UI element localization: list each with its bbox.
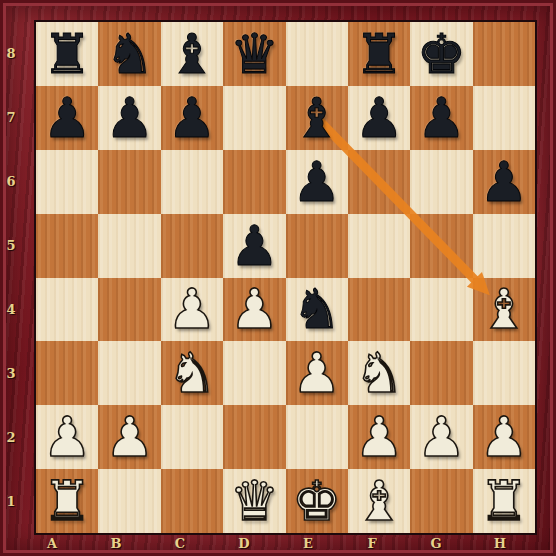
square-h7[interactable] bbox=[473, 86, 535, 150]
square-e5[interactable] bbox=[286, 214, 348, 278]
piece-white-pawn[interactable]: ♟ bbox=[105, 407, 154, 467]
piece-black-bishop[interactable]: ♝ bbox=[167, 24, 216, 84]
piece-black-bishop[interactable]: ♝ bbox=[292, 88, 341, 148]
square-e2[interactable] bbox=[286, 405, 348, 469]
piece-black-pawn[interactable]: ♟ bbox=[167, 88, 216, 148]
square-c2[interactable] bbox=[161, 405, 223, 469]
file-label-e: E bbox=[276, 532, 340, 555]
board-frame: ♜♞♝♛♜♚♟♟♟♝♟♟♟♟♟♟♟♞♝♞♟♞♟♟♟♟♟♜♛♚♝♜ 8765432… bbox=[0, 0, 556, 556]
square-g2[interactable]: ♟ bbox=[410, 405, 472, 469]
square-b8[interactable]: ♞ bbox=[98, 22, 160, 86]
piece-black-pawn[interactable]: ♟ bbox=[479, 152, 528, 212]
square-h8[interactable] bbox=[473, 22, 535, 86]
piece-black-king[interactable]: ♚ bbox=[417, 24, 466, 84]
chess-board: ♜♞♝♛♜♚♟♟♟♝♟♟♟♟♟♟♟♞♝♞♟♞♟♟♟♟♟♜♛♚♝♜ bbox=[36, 22, 535, 533]
square-e3[interactable]: ♟ bbox=[286, 341, 348, 405]
square-a4[interactable] bbox=[36, 278, 98, 342]
piece-white-bishop[interactable]: ♝ bbox=[479, 279, 528, 339]
piece-white-pawn[interactable]: ♟ bbox=[167, 279, 216, 339]
piece-black-knight[interactable]: ♞ bbox=[105, 24, 154, 84]
rank-label-6: 6 bbox=[0, 150, 22, 214]
piece-white-queen[interactable]: ♛ bbox=[230, 471, 279, 531]
square-a2[interactable]: ♟ bbox=[36, 405, 98, 469]
square-c7[interactable]: ♟ bbox=[161, 86, 223, 150]
square-a7[interactable]: ♟ bbox=[36, 86, 98, 150]
file-label-g: G bbox=[404, 532, 468, 555]
square-g1[interactable] bbox=[410, 469, 472, 533]
file-label-h: H bbox=[468, 532, 532, 555]
piece-black-pawn[interactable]: ♟ bbox=[105, 88, 154, 148]
square-a8[interactable]: ♜ bbox=[36, 22, 98, 86]
square-c1[interactable] bbox=[161, 469, 223, 533]
square-f8[interactable]: ♜ bbox=[348, 22, 410, 86]
square-f3[interactable]: ♞ bbox=[348, 341, 410, 405]
rank-label-8: 8 bbox=[0, 22, 22, 86]
square-h2[interactable]: ♟ bbox=[473, 405, 535, 469]
square-h1[interactable]: ♜ bbox=[473, 469, 535, 533]
square-b4[interactable] bbox=[98, 278, 160, 342]
square-h5[interactable] bbox=[473, 214, 535, 278]
square-h3[interactable] bbox=[473, 341, 535, 405]
file-label-f: F bbox=[340, 532, 404, 555]
square-c6[interactable] bbox=[161, 150, 223, 214]
piece-white-bishop[interactable]: ♝ bbox=[354, 471, 403, 531]
square-b6[interactable] bbox=[98, 150, 160, 214]
square-e1[interactable]: ♚ bbox=[286, 469, 348, 533]
square-g7[interactable]: ♟ bbox=[410, 86, 472, 150]
rank-label-7: 7 bbox=[0, 86, 22, 150]
square-h6[interactable]: ♟ bbox=[473, 150, 535, 214]
piece-white-knight[interactable]: ♞ bbox=[354, 343, 403, 403]
square-b7[interactable]: ♟ bbox=[98, 86, 160, 150]
square-c4[interactable]: ♟ bbox=[161, 278, 223, 342]
piece-black-pawn[interactable]: ♟ bbox=[43, 88, 92, 148]
piece-black-knight[interactable]: ♞ bbox=[292, 279, 341, 339]
file-label-c: C bbox=[148, 532, 212, 555]
piece-white-rook[interactable]: ♜ bbox=[43, 471, 92, 531]
square-f4[interactable] bbox=[348, 278, 410, 342]
piece-white-knight[interactable]: ♞ bbox=[167, 343, 216, 403]
file-label-d: D bbox=[212, 532, 276, 555]
square-d6[interactable] bbox=[223, 150, 285, 214]
square-d2[interactable] bbox=[223, 405, 285, 469]
square-b3[interactable] bbox=[98, 341, 160, 405]
rank-label-4: 4 bbox=[0, 278, 22, 342]
square-c3[interactable]: ♞ bbox=[161, 341, 223, 405]
piece-white-pawn[interactable]: ♟ bbox=[354, 407, 403, 467]
piece-black-pawn[interactable]: ♟ bbox=[230, 216, 279, 276]
square-a5[interactable] bbox=[36, 214, 98, 278]
rank-label-1: 1 bbox=[0, 470, 22, 534]
square-d1[interactable]: ♛ bbox=[223, 469, 285, 533]
square-c5[interactable] bbox=[161, 214, 223, 278]
square-e6[interactable]: ♟ bbox=[286, 150, 348, 214]
square-e7[interactable]: ♝ bbox=[286, 86, 348, 150]
square-f6[interactable] bbox=[348, 150, 410, 214]
square-f1[interactable]: ♝ bbox=[348, 469, 410, 533]
square-a3[interactable] bbox=[36, 341, 98, 405]
rank-label-2: 2 bbox=[0, 406, 22, 470]
square-a6[interactable] bbox=[36, 150, 98, 214]
piece-white-king[interactable]: ♚ bbox=[292, 471, 341, 531]
square-g8[interactable]: ♚ bbox=[410, 22, 472, 86]
piece-white-pawn[interactable]: ♟ bbox=[417, 407, 466, 467]
square-f5[interactable] bbox=[348, 214, 410, 278]
square-d7[interactable] bbox=[223, 86, 285, 150]
file-label-b: B bbox=[84, 532, 148, 555]
piece-white-pawn[interactable]: ♟ bbox=[230, 279, 279, 339]
square-g5[interactable] bbox=[410, 214, 472, 278]
piece-black-pawn[interactable]: ♟ bbox=[417, 88, 466, 148]
square-e8[interactable] bbox=[286, 22, 348, 86]
piece-black-rook[interactable]: ♜ bbox=[354, 24, 403, 84]
square-b2[interactable]: ♟ bbox=[98, 405, 160, 469]
square-g4[interactable] bbox=[410, 278, 472, 342]
square-e4[interactable]: ♞ bbox=[286, 278, 348, 342]
square-h4[interactable]: ♝ bbox=[473, 278, 535, 342]
piece-black-queen[interactable]: ♛ bbox=[230, 24, 279, 84]
square-a1[interactable]: ♜ bbox=[36, 469, 98, 533]
piece-white-rook[interactable]: ♜ bbox=[479, 471, 528, 531]
square-f7[interactable]: ♟ bbox=[348, 86, 410, 150]
square-d8[interactable]: ♛ bbox=[223, 22, 285, 86]
square-d4[interactable]: ♟ bbox=[223, 278, 285, 342]
square-c8[interactable]: ♝ bbox=[161, 22, 223, 86]
piece-black-pawn[interactable]: ♟ bbox=[292, 152, 341, 212]
square-b1[interactable] bbox=[98, 469, 160, 533]
square-d5[interactable]: ♟ bbox=[223, 214, 285, 278]
rank-label-5: 5 bbox=[0, 214, 22, 278]
square-d3[interactable] bbox=[223, 341, 285, 405]
file-label-a: A bbox=[20, 532, 84, 555]
square-g6[interactable] bbox=[410, 150, 472, 214]
square-f2[interactable]: ♟ bbox=[348, 405, 410, 469]
piece-black-rook[interactable]: ♜ bbox=[43, 24, 92, 84]
square-g3[interactable] bbox=[410, 341, 472, 405]
piece-white-pawn[interactable]: ♟ bbox=[43, 407, 92, 467]
piece-black-pawn[interactable]: ♟ bbox=[354, 88, 403, 148]
rank-label-3: 3 bbox=[0, 342, 22, 406]
piece-white-pawn[interactable]: ♟ bbox=[292, 343, 341, 403]
piece-white-pawn[interactable]: ♟ bbox=[479, 407, 528, 467]
square-b5[interactable] bbox=[98, 214, 160, 278]
